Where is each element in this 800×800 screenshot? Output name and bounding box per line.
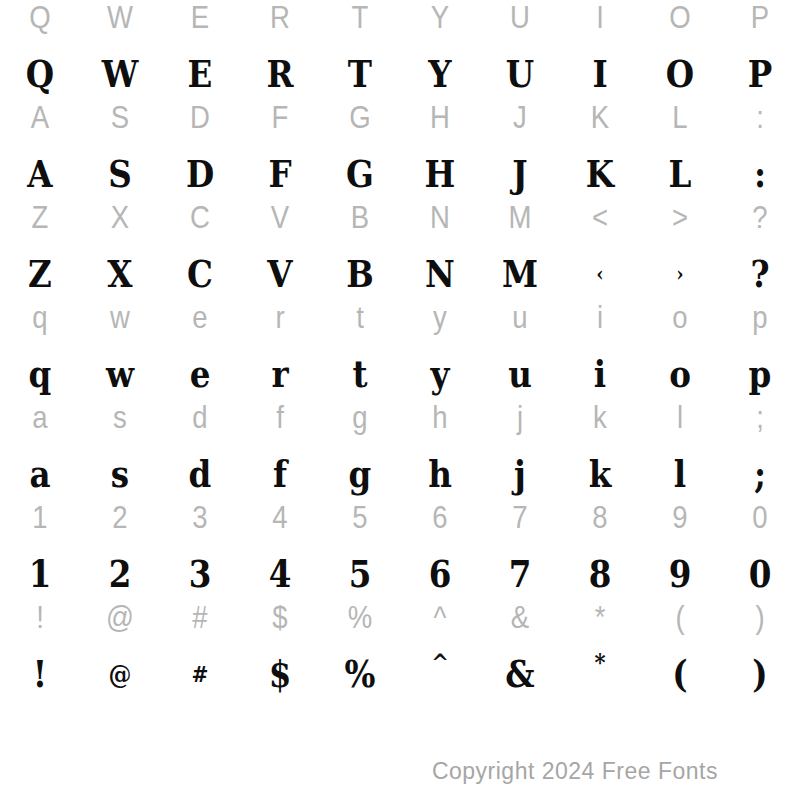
char-cell: W	[86, 0, 155, 39]
char-cell: C	[166, 195, 235, 239]
char-cell: Q	[6, 0, 75, 39]
char-cell: 0	[726, 495, 795, 539]
char-cell: h	[406, 395, 475, 439]
char-cell: )	[726, 595, 795, 639]
char-cell: L	[646, 95, 715, 139]
reference-row-uppercase-bottom: ZXCVBNM<>?	[0, 195, 800, 239]
char-cell: q	[6, 295, 75, 339]
font-specimen-page: QWERTYUIOP QWERTYUIOP ASDFGHJKL: ASDFGHJ…	[0, 0, 800, 800]
footer: Copyright 2024 Free Fonts	[432, 758, 718, 785]
char-cell: h	[405, 446, 475, 502]
char-cell: r	[245, 346, 315, 402]
char-cell: ›	[645, 246, 715, 302]
copyright-text: Copyright 2024 Free Fonts	[432, 758, 718, 784]
char-cell: N	[405, 246, 475, 302]
char-cell: #	[166, 595, 235, 639]
char-cell: 7	[485, 546, 555, 602]
char-cell: ;	[726, 395, 795, 439]
char-cell: T	[325, 46, 395, 102]
char-cell: A	[6, 95, 75, 139]
row-pair-lowercase-top: qwertyuiop qwertyuiop	[0, 300, 800, 400]
char-cell: ^	[406, 595, 475, 639]
char-cell: Z	[6, 195, 75, 239]
char-cell: X	[86, 195, 155, 239]
character-chart: QWERTYUIOP QWERTYUIOP ASDFGHJKL: ASDFGHJ…	[0, 0, 800, 700]
char-cell: d	[165, 446, 235, 502]
char-cell: O	[645, 46, 715, 102]
reference-row-symbols: !@#$%^&*()	[0, 595, 800, 639]
char-cell: J	[486, 95, 555, 139]
row-pair-uppercase-bottom: ZXCVBNM<>? ZXCVBNM‹›?	[0, 200, 800, 300]
char-cell: E	[166, 0, 235, 39]
char-cell: F	[245, 146, 315, 202]
char-cell: *	[566, 595, 635, 639]
char-cell: D	[166, 95, 235, 139]
char-cell: y	[406, 295, 475, 339]
char-cell: l	[646, 395, 715, 439]
reference-row-digits: 1234567890	[0, 495, 800, 539]
char-cell: $	[246, 595, 315, 639]
char-cell: l	[645, 446, 715, 502]
char-cell: %	[326, 595, 395, 639]
char-cell: g	[326, 395, 395, 439]
char-cell: A	[5, 146, 75, 202]
char-cell: g	[325, 446, 395, 502]
specimen-row-uppercase-bottom: ZXCVBNM‹›?	[0, 246, 800, 302]
char-cell: P	[726, 0, 795, 39]
char-cell: f	[246, 395, 315, 439]
char-cell: i	[566, 295, 635, 339]
char-cell: k	[565, 446, 635, 502]
char-cell: 1	[5, 546, 75, 602]
char-cell: H	[406, 95, 475, 139]
char-cell: S	[85, 146, 155, 202]
char-cell: 4	[246, 495, 315, 539]
char-cell: Z	[5, 246, 75, 302]
char-cell: t	[326, 295, 395, 339]
char-cell: W	[85, 46, 155, 102]
char-cell: $	[245, 646, 315, 702]
specimen-row-uppercase-home: ASDFGHJKL:	[0, 146, 800, 202]
char-cell: ?	[725, 246, 795, 302]
char-cell: R	[246, 0, 315, 39]
char-cell: 8	[565, 546, 635, 602]
reference-row-lowercase-top: qwertyuiop	[0, 295, 800, 339]
char-cell: G	[326, 95, 395, 139]
char-cell: U	[486, 0, 555, 39]
char-cell: )	[725, 646, 795, 702]
char-cell: M	[485, 246, 555, 302]
char-cell: ?	[726, 195, 795, 239]
char-cell: q	[5, 346, 75, 402]
char-cell: K	[565, 146, 635, 202]
char-cell: p	[725, 346, 795, 402]
char-cell: r	[246, 295, 315, 339]
specimen-row-digits: 1234567890	[0, 546, 800, 602]
char-cell: E	[165, 46, 235, 102]
char-cell: ;	[725, 446, 795, 502]
row-pair-lowercase-home: asdfghjkl; asdfghjkl;	[0, 400, 800, 500]
char-cell: 2	[85, 546, 155, 602]
specimen-row-uppercase-top: QWERTYUIOP	[0, 46, 800, 102]
char-cell: K	[566, 95, 635, 139]
char-cell: 7	[486, 495, 555, 539]
char-cell: Y	[405, 46, 475, 102]
char-cell: 3	[166, 495, 235, 539]
char-cell: F	[246, 95, 315, 139]
char-cell: 2	[86, 495, 155, 539]
char-cell: a	[6, 395, 75, 439]
char-cell: T	[326, 0, 395, 39]
char-cell: B	[325, 246, 395, 302]
char-cell: 6	[405, 546, 475, 602]
char-cell: &	[485, 646, 555, 702]
char-cell: X	[85, 246, 155, 302]
char-cell: a	[5, 446, 75, 502]
char-cell: u	[486, 295, 555, 339]
char-cell: 9	[646, 495, 715, 539]
char-cell: *	[565, 646, 635, 702]
char-cell: w	[85, 346, 155, 402]
char-cell: J	[485, 146, 555, 202]
char-cell: S	[86, 95, 155, 139]
reference-row-uppercase-top: QWERTYUIOP	[0, 0, 800, 39]
char-cell: j	[485, 446, 555, 502]
char-cell: M	[486, 195, 555, 239]
char-cell: 1	[6, 495, 75, 539]
char-cell: 5	[326, 495, 395, 539]
char-cell: 0	[725, 546, 795, 602]
char-cell: G	[325, 146, 395, 202]
row-pair-symbols: !@#$%^&*() !@#$%^&*()	[0, 600, 800, 700]
char-cell: f	[245, 446, 315, 502]
char-cell: &	[486, 595, 555, 639]
char-cell: 3	[165, 546, 235, 602]
char-cell: H	[405, 146, 475, 202]
char-cell: <	[566, 195, 635, 239]
char-cell: O	[646, 0, 715, 39]
char-cell: :	[726, 95, 795, 139]
specimen-row-lowercase-home: asdfghjkl;	[0, 446, 800, 502]
char-cell: Y	[406, 0, 475, 39]
char-cell: o	[646, 295, 715, 339]
char-cell: (	[645, 646, 715, 702]
specimen-row-symbols: !@#$%^&*()	[0, 646, 800, 702]
char-cell: (	[646, 595, 715, 639]
char-cell: s	[86, 395, 155, 439]
char-cell: t	[325, 346, 395, 402]
char-cell: e	[165, 346, 235, 402]
row-pair-digits: 1234567890 1234567890	[0, 500, 800, 600]
char-cell: ^	[405, 646, 475, 702]
char-cell: ‹	[565, 246, 635, 302]
char-cell: 9	[645, 546, 715, 602]
char-cell: 5	[325, 546, 395, 602]
char-cell: k	[566, 395, 635, 439]
char-cell: e	[166, 295, 235, 339]
specimen-row-lowercase-top: qwertyuiop	[0, 346, 800, 402]
char-cell: y	[405, 346, 475, 402]
char-cell: 8	[566, 495, 635, 539]
char-cell: U	[485, 46, 555, 102]
char-cell: j	[486, 395, 555, 439]
char-cell: 4	[245, 546, 315, 602]
char-cell: d	[166, 395, 235, 439]
char-cell: D	[165, 146, 235, 202]
char-cell: C	[165, 246, 235, 302]
char-cell: #	[165, 646, 235, 702]
char-cell: V	[246, 195, 315, 239]
char-cell: R	[245, 46, 315, 102]
char-cell: @	[86, 595, 155, 639]
char-cell: I	[565, 46, 635, 102]
char-cell: 6	[406, 495, 475, 539]
char-cell: p	[726, 295, 795, 339]
char-cell: L	[645, 146, 715, 202]
char-cell: !	[6, 595, 75, 639]
reference-row-uppercase-home: ASDFGHJKL:	[0, 95, 800, 139]
reference-row-lowercase-home: asdfghjkl;	[0, 395, 800, 439]
char-cell: %	[325, 646, 395, 702]
char-cell: o	[645, 346, 715, 402]
char-cell: I	[566, 0, 635, 39]
char-cell: :	[725, 146, 795, 202]
char-cell: w	[86, 295, 155, 339]
char-cell: i	[565, 346, 635, 402]
row-pair-uppercase-top: QWERTYUIOP QWERTYUIOP	[0, 0, 800, 100]
row-pair-uppercase-home: ASDFGHJKL: ASDFGHJKL:	[0, 100, 800, 200]
char-cell: V	[245, 246, 315, 302]
char-cell: @	[85, 646, 155, 702]
char-cell: u	[485, 346, 555, 402]
char-cell: N	[406, 195, 475, 239]
char-cell: B	[326, 195, 395, 239]
char-cell: Q	[5, 46, 75, 102]
char-cell: >	[646, 195, 715, 239]
char-cell: s	[85, 446, 155, 502]
char-cell: !	[5, 646, 75, 702]
char-cell: P	[725, 46, 795, 102]
